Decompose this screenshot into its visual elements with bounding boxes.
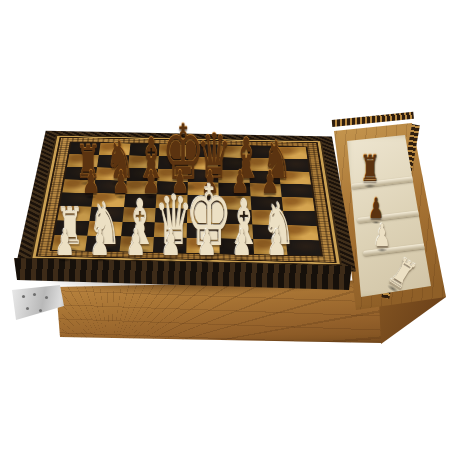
square-a1 bbox=[52, 235, 88, 251]
square-h8 bbox=[276, 147, 307, 160]
square-d7 bbox=[158, 156, 189, 169]
board-map-border bbox=[30, 135, 342, 265]
tray-divider bbox=[363, 243, 429, 256]
square-g3 bbox=[251, 210, 284, 225]
screw-hole bbox=[26, 307, 29, 310]
square-a7 bbox=[67, 154, 99, 167]
square-e7 bbox=[188, 157, 218, 170]
square-a5 bbox=[62, 179, 95, 193]
square-c8 bbox=[129, 144, 159, 157]
square-g8 bbox=[247, 146, 277, 159]
square-d8 bbox=[159, 144, 189, 157]
square-a8 bbox=[69, 142, 100, 155]
square-d4 bbox=[155, 194, 187, 208]
square-d2 bbox=[154, 222, 187, 237]
square-a6 bbox=[65, 167, 98, 180]
tray-divider bbox=[351, 176, 417, 189]
square-e4 bbox=[187, 195, 219, 209]
square-c5 bbox=[125, 181, 157, 195]
square-f6 bbox=[218, 170, 249, 183]
square-h1 bbox=[286, 240, 321, 256]
square-b1 bbox=[85, 235, 120, 251]
screw-hole bbox=[22, 295, 25, 298]
square-a3 bbox=[57, 206, 91, 221]
square-h4 bbox=[281, 197, 314, 211]
square-d3 bbox=[155, 208, 188, 223]
square-c4 bbox=[124, 194, 157, 208]
square-g6 bbox=[249, 170, 281, 183]
square-f2 bbox=[219, 224, 252, 239]
tray-divider bbox=[357, 210, 423, 223]
square-f8 bbox=[218, 145, 248, 158]
square-a4 bbox=[60, 192, 94, 206]
square-g4 bbox=[250, 196, 283, 210]
square-b3 bbox=[90, 207, 124, 222]
square-b4 bbox=[92, 193, 125, 207]
square-f1 bbox=[220, 238, 254, 254]
square-e5 bbox=[188, 182, 219, 196]
square-b7 bbox=[97, 155, 129, 168]
board-carved-rim bbox=[16, 131, 356, 272]
square-c2 bbox=[121, 222, 155, 237]
square-d6 bbox=[157, 168, 188, 181]
board-grid bbox=[50, 142, 323, 257]
screw-hole bbox=[33, 293, 36, 296]
square-g5 bbox=[249, 183, 281, 197]
square-e6 bbox=[188, 169, 219, 182]
square-b5 bbox=[94, 180, 127, 194]
square-g2 bbox=[252, 224, 286, 239]
square-e3 bbox=[187, 209, 219, 224]
square-b6 bbox=[95, 167, 127, 180]
square-d5 bbox=[156, 181, 188, 195]
square-h6 bbox=[279, 171, 311, 184]
square-c6 bbox=[126, 168, 158, 181]
square-c3 bbox=[122, 207, 155, 222]
square-a2 bbox=[55, 220, 90, 235]
square-c7 bbox=[128, 155, 159, 168]
square-b8 bbox=[99, 143, 130, 156]
square-f4 bbox=[219, 196, 251, 210]
square-f3 bbox=[219, 209, 252, 224]
square-e2 bbox=[187, 223, 220, 238]
square-g1 bbox=[253, 239, 288, 255]
square-b2 bbox=[88, 221, 123, 236]
square-h3 bbox=[283, 211, 317, 226]
square-h7 bbox=[278, 159, 309, 172]
chess-set-product-photo: ♜♟♟♜ ♜♞♝♚♛♝♞♟♟♟♟♟♟♟♟♟♟♟♟♟♟♜♞♝♛♚♝♞ bbox=[0, 0, 455, 455]
square-c1 bbox=[119, 236, 154, 252]
screw-hole bbox=[39, 309, 42, 312]
square-h5 bbox=[280, 184, 313, 198]
square-h2 bbox=[284, 225, 318, 240]
square-f7 bbox=[218, 157, 248, 170]
screw-hole bbox=[45, 296, 48, 299]
square-f5 bbox=[219, 182, 251, 196]
chess-board bbox=[16, 131, 356, 272]
square-e8 bbox=[188, 145, 218, 158]
square-g7 bbox=[248, 158, 279, 171]
square-d1 bbox=[153, 237, 187, 253]
square-e1 bbox=[186, 238, 220, 254]
